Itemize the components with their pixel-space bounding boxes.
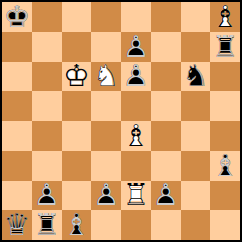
piece-glyph-outline: ♖ [121,181,151,211]
square-g2[interactable] [181,181,211,211]
square-d5[interactable] [91,91,121,121]
piece-black-pawn[interactable]: ♟♙ [32,181,62,211]
square-f6[interactable] [151,62,181,92]
piece-glyph-outline: ♙ [121,62,151,92]
square-e4[interactable]: ♝♗ [121,121,151,151]
piece-black-bishop[interactable]: ♝♗ [62,210,92,240]
piece-glyph-outline: ♘ [91,62,121,92]
square-d6[interactable]: ♞♘ [91,62,121,92]
square-c7[interactable] [62,32,92,62]
square-g8[interactable] [181,2,211,32]
square-b4[interactable] [32,121,62,151]
square-e7[interactable]: ♟♙ [121,32,151,62]
piece-glyph-outline: ♗ [121,121,151,151]
square-a6[interactable] [2,62,32,92]
square-f7[interactable] [151,32,181,62]
piece-glyph-outline: ♖ [32,210,62,240]
square-d3[interactable] [91,151,121,181]
square-g5[interactable] [181,91,211,121]
square-h8[interactable]: ♝♗ [210,2,240,32]
square-c8[interactable] [62,2,92,32]
piece-white-king[interactable]: ♚♔ [62,62,92,92]
square-b1[interactable]: ♜♖ [32,210,62,240]
square-h6[interactable] [210,62,240,92]
piece-glyph-outline: ♔ [62,62,92,92]
square-c1[interactable]: ♝♗ [62,210,92,240]
piece-black-pawn[interactable]: ♟♙ [151,181,181,211]
square-g6[interactable]: ♞♘ [181,62,211,92]
square-d2[interactable]: ♟♙ [91,181,121,211]
square-h3[interactable]: ♝♗ [210,151,240,181]
square-f2[interactable]: ♟♙ [151,181,181,211]
square-b8[interactable] [32,2,62,32]
square-b2[interactable]: ♟♙ [32,181,62,211]
square-b3[interactable] [32,151,62,181]
square-h1[interactable] [210,210,240,240]
piece-glyph-outline: ♕ [2,210,32,240]
square-f5[interactable] [151,91,181,121]
piece-black-rook[interactable]: ♜♖ [32,210,62,240]
square-h5[interactable] [210,91,240,121]
piece-glyph-outline: ♗ [210,2,240,32]
square-c5[interactable] [62,91,92,121]
square-b6[interactable] [32,62,62,92]
square-c4[interactable] [62,121,92,151]
piece-black-pawn[interactable]: ♟♙ [121,32,151,62]
piece-white-rook[interactable]: ♜♖ [121,181,151,211]
square-d4[interactable] [91,121,121,151]
piece-glyph-outline: ♗ [210,151,240,181]
piece-glyph-outline: ♙ [32,181,62,211]
piece-black-bishop[interactable]: ♝♗ [210,151,240,181]
square-h7[interactable]: ♜♖ [210,32,240,62]
piece-glyph-outline: ♙ [91,181,121,211]
chess-board: ♚♔♝♗♟♙♜♖♚♔♞♘♟♙♞♘♝♗♝♗♟♙♟♙♜♖♟♙♛♕♜♖♝♗ [0,0,242,242]
square-a4[interactable] [2,121,32,151]
square-a2[interactable] [2,181,32,211]
square-e1[interactable] [121,210,151,240]
square-e2[interactable]: ♜♖ [121,181,151,211]
piece-black-queen[interactable]: ♛♕ [2,210,32,240]
piece-black-king[interactable]: ♚♔ [2,2,32,32]
square-d7[interactable] [91,32,121,62]
square-a5[interactable] [2,91,32,121]
piece-glyph-outline: ♘ [181,62,211,92]
square-e5[interactable] [121,91,151,121]
square-b5[interactable] [32,91,62,121]
square-g1[interactable] [181,210,211,240]
square-d8[interactable] [91,2,121,32]
piece-black-knight[interactable]: ♞♘ [181,62,211,92]
piece-glyph-outline: ♖ [210,32,240,62]
piece-white-knight[interactable]: ♞♘ [91,62,121,92]
piece-black-rook[interactable]: ♜♖ [210,32,240,62]
square-f4[interactable] [151,121,181,151]
square-g3[interactable] [181,151,211,181]
square-h2[interactable] [210,181,240,211]
piece-black-pawn[interactable]: ♟♙ [91,181,121,211]
square-b7[interactable] [32,32,62,62]
square-h4[interactable] [210,121,240,151]
square-e6[interactable]: ♟♙ [121,62,151,92]
square-e8[interactable] [121,2,151,32]
square-d1[interactable] [91,210,121,240]
square-g7[interactable] [181,32,211,62]
square-a8[interactable]: ♚♔ [2,2,32,32]
square-f3[interactable] [151,151,181,181]
piece-glyph-outline: ♗ [62,210,92,240]
square-a7[interactable] [2,32,32,62]
piece-white-bishop[interactable]: ♝♗ [210,2,240,32]
piece-glyph-outline: ♙ [121,32,151,62]
piece-glyph-outline: ♔ [2,2,32,32]
square-e3[interactable] [121,151,151,181]
square-c3[interactable] [62,151,92,181]
square-c2[interactable] [62,181,92,211]
square-c6[interactable]: ♚♔ [62,62,92,92]
square-f8[interactable] [151,2,181,32]
square-g4[interactable] [181,121,211,151]
piece-white-bishop[interactable]: ♝♗ [121,121,151,151]
square-a1[interactable]: ♛♕ [2,210,32,240]
piece-black-pawn[interactable]: ♟♙ [121,62,151,92]
square-f1[interactable] [151,210,181,240]
piece-glyph-outline: ♙ [151,181,181,211]
square-a3[interactable] [2,151,32,181]
